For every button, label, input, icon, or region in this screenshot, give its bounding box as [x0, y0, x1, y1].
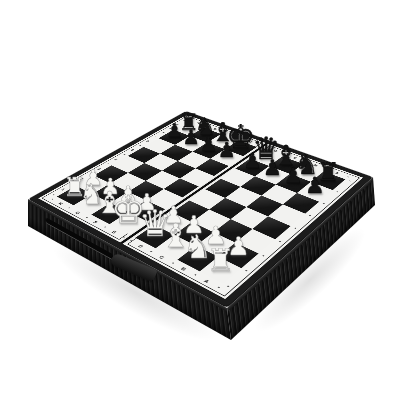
chess-set-photo: HHGGFFEEDDCCBBAA87654321 ♜♞♝♛♚♝♞♜♟♟♟♟♟♟♟… [0, 0, 400, 400]
board-top-face: HHGGFFEEDDCCBBAA87654321 [28, 111, 373, 308]
